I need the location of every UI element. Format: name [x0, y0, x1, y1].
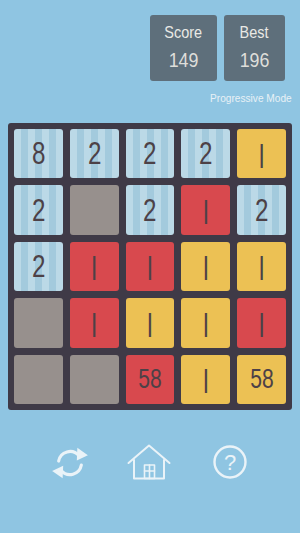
home-button[interactable]	[127, 440, 171, 484]
tile-1: |	[181, 355, 230, 404]
best-value: 196	[240, 49, 270, 70]
tile-1: |	[181, 242, 230, 291]
tile-value: |	[91, 310, 98, 336]
tile-value: 2	[199, 138, 212, 169]
tile-value: 2	[87, 138, 100, 169]
tile-value: 2	[32, 251, 45, 282]
help-icon: ?	[211, 443, 249, 481]
tile-2: 2	[126, 185, 175, 234]
tile-value: 58	[250, 366, 273, 393]
tile-value: 8	[32, 138, 45, 169]
tile-1: |	[126, 298, 175, 347]
mode-label: Progressive Mode	[210, 92, 292, 104]
tile-value: 2	[143, 138, 156, 169]
empty-cell	[70, 185, 119, 234]
tile-2: 2	[14, 185, 63, 234]
refresh-icon	[49, 441, 91, 483]
tile-58: 58	[126, 355, 175, 404]
tile-value: 2	[143, 195, 156, 226]
tile-value: |	[202, 366, 209, 392]
empty-cell	[14, 298, 63, 347]
tile-1: |	[181, 298, 230, 347]
svg-text:?: ?	[224, 450, 236, 475]
score-label: Score	[165, 24, 203, 41]
tile-2: 2	[126, 129, 175, 178]
tile-2: 2	[237, 185, 286, 234]
tile-value: 58	[138, 366, 161, 393]
game-board[interactable]: 8222|22|22||||||||58|58	[8, 123, 292, 410]
empty-cell	[14, 355, 63, 404]
tile-value: |	[258, 141, 265, 167]
tile-2: 2	[70, 129, 119, 178]
score-value: 149	[169, 49, 199, 70]
tile-1: |	[237, 242, 286, 291]
tile-value: |	[258, 310, 265, 336]
tile-value: |	[202, 310, 209, 336]
home-icon	[125, 441, 173, 483]
tile-58: 58	[237, 355, 286, 404]
tile-value: |	[258, 253, 265, 279]
best-panel: Best 196	[224, 15, 285, 81]
empty-cell	[70, 355, 119, 404]
tile-value: |	[202, 197, 209, 223]
tile-2: 2	[14, 242, 63, 291]
tile-1: |	[126, 242, 175, 291]
tile-value: |	[202, 253, 209, 279]
tile-1: |	[237, 129, 286, 178]
best-label: Best	[240, 24, 269, 41]
restart-button[interactable]	[48, 440, 92, 484]
tile-1: |	[70, 298, 119, 347]
tile-1: |	[70, 242, 119, 291]
tile-value: 2	[32, 195, 45, 226]
app-screen: Score 149 Best 196 Progressive Mode 8222…	[0, 0, 300, 533]
tile-1: |	[181, 185, 230, 234]
score-panel: Score 149	[150, 15, 217, 81]
tile-8: 8	[14, 129, 63, 178]
tile-value: |	[91, 253, 98, 279]
tile-value: |	[147, 310, 154, 336]
help-button[interactable]: ?	[208, 440, 252, 484]
tile-value: |	[147, 253, 154, 279]
tile-1: |	[237, 298, 286, 347]
tile-value: 2	[255, 195, 268, 226]
tile-2: 2	[181, 129, 230, 178]
